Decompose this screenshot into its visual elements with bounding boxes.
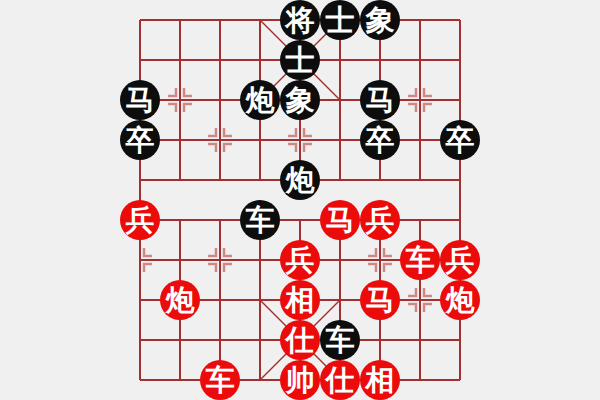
piece-black-soldier[interactable]: 卒: [440, 120, 480, 160]
piece-red-horse[interactable]: 马: [360, 280, 400, 320]
piece-red-chariot[interactable]: 车: [400, 240, 440, 280]
piece-black-elephant[interactable]: 象: [360, 0, 400, 40]
piece-red-soldier[interactable]: 兵: [440, 240, 480, 280]
piece-red-chariot[interactable]: 车: [200, 360, 240, 400]
piece-black-general[interactable]: 将: [280, 0, 320, 40]
piece-red-cannon[interactable]: 炮: [440, 280, 480, 320]
piece-black-horse[interactable]: 马: [120, 80, 160, 120]
piece-black-cannon[interactable]: 炮: [240, 80, 280, 120]
piece-red-elephant[interactable]: 相: [360, 360, 400, 400]
piece-black-soldier[interactable]: 卒: [120, 120, 160, 160]
piece-black-advisor[interactable]: 士: [280, 40, 320, 80]
piece-red-soldier[interactable]: 兵: [280, 240, 320, 280]
piece-red-advisor[interactable]: 仕: [320, 360, 360, 400]
piece-red-advisor[interactable]: 仕: [280, 320, 320, 360]
piece-red-horse[interactable]: 马: [320, 200, 360, 240]
piece-black-horse[interactable]: 马: [360, 80, 400, 120]
piece-red-general[interactable]: 帅: [280, 360, 320, 400]
piece-black-advisor[interactable]: 士: [320, 0, 360, 40]
piece-black-chariot[interactable]: 车: [320, 320, 360, 360]
piece-black-soldier[interactable]: 卒: [360, 120, 400, 160]
piece-red-elephant[interactable]: 相: [280, 280, 320, 320]
piece-red-soldier[interactable]: 兵: [360, 200, 400, 240]
piece-red-cannon[interactable]: 炮: [160, 280, 200, 320]
xiangqi-board[interactable]: 将士象士马炮象马卒卒卒炮兵车马兵兵车兵炮相马炮仕车车帅仕相: [120, 0, 480, 400]
piece-black-cannon[interactable]: 炮: [280, 160, 320, 200]
piece-black-chariot[interactable]: 车: [240, 200, 280, 240]
piece-red-soldier[interactable]: 兵: [120, 200, 160, 240]
piece-black-elephant[interactable]: 象: [280, 80, 320, 120]
xiangqi-app: 将士象士马炮象马卒卒卒炮兵车马兵兵车兵炮相马炮仕车车帅仕相: [0, 0, 600, 400]
